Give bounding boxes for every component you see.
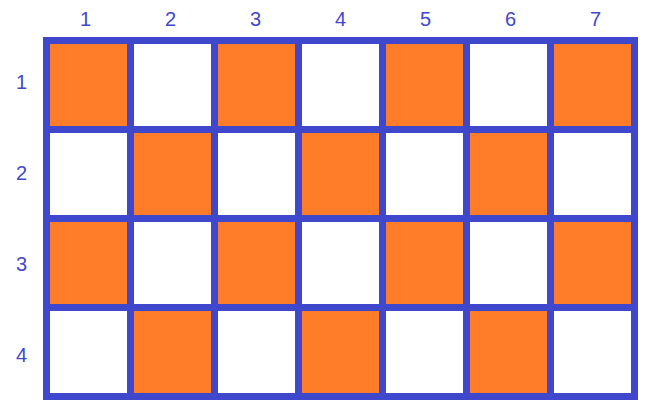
cell-r2-c7[interactable] <box>554 133 631 215</box>
column-label-3: 3 <box>213 0 298 37</box>
cell-r1-c7[interactable] <box>554 44 631 126</box>
row-labels: 1234 <box>0 37 43 400</box>
row-label-1: 1 <box>0 37 43 128</box>
cell-r3-c3[interactable] <box>218 222 295 304</box>
row-label-4: 4 <box>0 309 43 400</box>
cell-r4-c1[interactable] <box>50 311 127 393</box>
column-label-5: 5 <box>383 0 468 37</box>
column-label-1: 1 <box>43 0 128 37</box>
column-label-7: 7 <box>553 0 638 37</box>
row-label-3: 3 <box>0 219 43 310</box>
cell-r3-c5[interactable] <box>386 222 463 304</box>
cell-r2-c6[interactable] <box>470 133 547 215</box>
cell-r4-c5[interactable] <box>386 311 463 393</box>
cell-r3-c6[interactable] <box>470 222 547 304</box>
cell-r2-c1[interactable] <box>50 133 127 215</box>
cell-r3-c2[interactable] <box>134 222 211 304</box>
cell-r1-c4[interactable] <box>302 44 379 126</box>
column-labels: 1234567 <box>43 0 638 37</box>
cell-r1-c5[interactable] <box>386 44 463 126</box>
column-label-6: 6 <box>468 0 553 37</box>
cell-r3-c7[interactable] <box>554 222 631 304</box>
cell-r4-c6[interactable] <box>470 311 547 393</box>
cell-r2-c5[interactable] <box>386 133 463 215</box>
column-label-4: 4 <box>298 0 383 37</box>
cell-r3-c1[interactable] <box>50 222 127 304</box>
cell-r1-c6[interactable] <box>470 44 547 126</box>
board-diagram: 1234567 1234 <box>0 0 655 413</box>
column-label-2: 2 <box>128 0 213 37</box>
row-label-2: 2 <box>0 128 43 219</box>
cell-r1-c1[interactable] <box>50 44 127 126</box>
cell-r4-c3[interactable] <box>218 311 295 393</box>
cell-r1-c2[interactable] <box>134 44 211 126</box>
cell-r2-c2[interactable] <box>134 133 211 215</box>
cell-r1-c3[interactable] <box>218 44 295 126</box>
cell-r4-c7[interactable] <box>554 311 631 393</box>
cell-r4-c2[interactable] <box>134 311 211 393</box>
cell-r4-c4[interactable] <box>302 311 379 393</box>
checkerboard <box>43 37 638 400</box>
cell-r2-c4[interactable] <box>302 133 379 215</box>
cell-r3-c4[interactable] <box>302 222 379 304</box>
cell-r2-c3[interactable] <box>218 133 295 215</box>
